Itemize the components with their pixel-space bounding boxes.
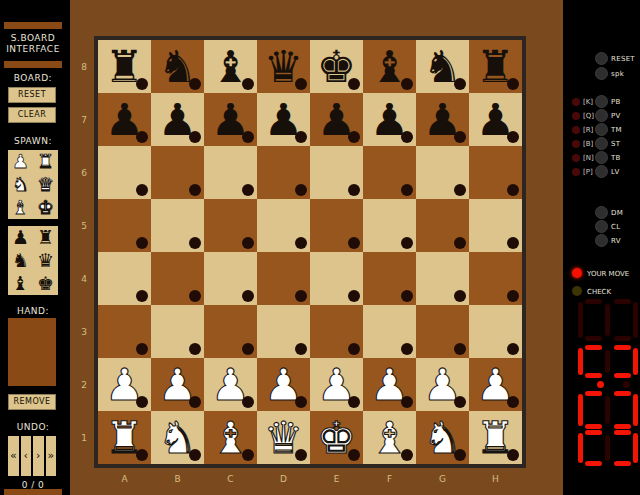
square-c8[interactable]: ♝ bbox=[204, 40, 257, 93]
sensor-dot bbox=[507, 131, 519, 143]
rank-label-5: 5 bbox=[76, 221, 92, 231]
sensor-dot bbox=[242, 290, 254, 302]
square-f5[interactable] bbox=[363, 199, 416, 252]
rank-label-1: 1 bbox=[76, 433, 92, 443]
remove-button[interactable]: REMOVE bbox=[8, 394, 56, 410]
square-h3[interactable] bbox=[469, 305, 522, 358]
segment-bl bbox=[585, 336, 602, 341]
sensor-dot bbox=[454, 78, 466, 90]
sensor-dot bbox=[348, 396, 360, 408]
redo-forward-button[interactable]: › bbox=[33, 436, 44, 476]
piece-tag-n: [N] bbox=[583, 154, 594, 162]
sensor-dot bbox=[507, 184, 519, 196]
sensor-dot bbox=[401, 131, 413, 143]
status-row-your-move: YOUR MOVE bbox=[563, 267, 640, 280]
square-c7[interactable]: ♟ bbox=[204, 93, 257, 146]
sensor-dot bbox=[189, 184, 201, 196]
segment-tl bbox=[585, 391, 602, 396]
sensor-dot bbox=[242, 184, 254, 196]
sensor-dot bbox=[454, 343, 466, 355]
tb-button[interactable] bbox=[595, 151, 608, 164]
button-label-st: ST bbox=[611, 140, 620, 148]
square-h7[interactable]: ♟ bbox=[469, 93, 522, 146]
app-title-line2: INTERFACE bbox=[0, 44, 66, 54]
button-label-rv: RV bbox=[611, 237, 621, 245]
pb-button[interactable] bbox=[595, 95, 608, 108]
segment-tl bbox=[585, 299, 602, 304]
square-c3[interactable] bbox=[204, 305, 257, 358]
segment-tr bbox=[614, 299, 631, 304]
button-label-pb: PB bbox=[611, 98, 621, 106]
sensor-dot bbox=[454, 290, 466, 302]
sensor-dot bbox=[401, 237, 413, 249]
file-label-e: E bbox=[310, 474, 363, 484]
square-a2[interactable]: ♟ bbox=[98, 358, 151, 411]
button-label-lv: LV bbox=[611, 168, 620, 176]
sensor-dot bbox=[507, 449, 519, 461]
sensor-dot bbox=[507, 78, 519, 90]
square-c4[interactable] bbox=[204, 252, 257, 305]
piece-tag-r: [R] bbox=[583, 126, 593, 134]
sensor-dot bbox=[189, 237, 201, 249]
sensor-dot bbox=[295, 396, 307, 408]
segment-m bbox=[605, 304, 610, 336]
accent-bar bbox=[4, 22, 62, 29]
square-h5[interactable] bbox=[469, 199, 522, 252]
square-e4[interactable] bbox=[310, 252, 363, 305]
board-section-label: BOARD: bbox=[0, 73, 66, 83]
segment-r bbox=[633, 302, 638, 338]
square-b3[interactable] bbox=[151, 305, 204, 358]
sensor-dot bbox=[454, 131, 466, 143]
square-h6[interactable] bbox=[469, 146, 522, 199]
piece-tag-b: [B] bbox=[583, 140, 593, 148]
segment-m bbox=[605, 396, 610, 424]
button-label-pv: PV bbox=[611, 112, 621, 120]
segment-r bbox=[633, 433, 638, 463]
square-f3[interactable] bbox=[363, 305, 416, 358]
segment-tr bbox=[614, 391, 631, 396]
white-spawn-palette: ♟♜♞♛♝♚ bbox=[8, 150, 58, 219]
panel-row-cl: CL bbox=[563, 220, 640, 233]
panel-row-lv: [P]LV bbox=[563, 165, 640, 178]
square-g8[interactable]: ♞ bbox=[416, 40, 469, 93]
hand-section-label: HAND: bbox=[0, 306, 66, 316]
sensor-dot bbox=[295, 237, 307, 249]
segment-br bbox=[614, 336, 631, 341]
panel-row-reset: RESET bbox=[563, 52, 640, 65]
square-b2[interactable]: ♟ bbox=[151, 358, 204, 411]
sensor-dot bbox=[242, 343, 254, 355]
sensor-dot bbox=[189, 131, 201, 143]
clock-display bbox=[578, 298, 638, 470]
spawn-section-label: SPAWN: bbox=[0, 136, 66, 146]
segment-bl bbox=[585, 461, 602, 466]
cl-button[interactable] bbox=[595, 220, 608, 233]
file-label-f: F bbox=[363, 474, 416, 484]
sensor-dot bbox=[348, 184, 360, 196]
spawn-black-queen[interactable]: ♛ bbox=[33, 249, 58, 272]
panel-row-rv: RV bbox=[563, 234, 640, 247]
button-label-tb: TB bbox=[611, 154, 621, 162]
sensor-dot bbox=[136, 396, 148, 408]
square-f8[interactable]: ♝ bbox=[363, 40, 416, 93]
segment-l bbox=[578, 348, 583, 375]
sensor-dot bbox=[189, 396, 201, 408]
board-clear-button[interactable]: CLEAR bbox=[8, 107, 56, 123]
piece-tag-q: [Q] bbox=[583, 112, 594, 120]
square-d8[interactable]: ♛ bbox=[257, 40, 310, 93]
square-e7[interactable]: ♟ bbox=[310, 93, 363, 146]
sensor-dot bbox=[454, 237, 466, 249]
square-c5[interactable] bbox=[204, 199, 257, 252]
sensor-dot bbox=[348, 78, 360, 90]
sensor-dot bbox=[507, 290, 519, 302]
square-g6[interactable] bbox=[416, 146, 469, 199]
spk-button[interactable] bbox=[595, 67, 608, 80]
check-label: CHECK bbox=[587, 288, 611, 296]
square-c2[interactable]: ♟ bbox=[204, 358, 257, 411]
rank-label-8: 8 bbox=[76, 62, 92, 72]
piece-led-n bbox=[572, 154, 580, 162]
square-b4[interactable] bbox=[151, 252, 204, 305]
square-f7[interactable]: ♟ bbox=[363, 93, 416, 146]
square-g1[interactable]: ♞ bbox=[416, 411, 469, 464]
sensor-dot bbox=[136, 449, 148, 461]
square-h1[interactable]: ♜ bbox=[469, 411, 522, 464]
lv-button[interactable] bbox=[595, 165, 608, 178]
square-e6[interactable] bbox=[310, 146, 363, 199]
sensor-dot bbox=[507, 343, 519, 355]
square-e2[interactable]: ♟ bbox=[310, 358, 363, 411]
control-panel: RESETspk [K]PB[Q]PV[R]TM[B]ST[N]TB[P]LV … bbox=[563, 0, 640, 495]
sensor-dot bbox=[348, 237, 360, 249]
rank-label-4: 4 bbox=[76, 274, 92, 284]
sensor-dot bbox=[401, 290, 413, 302]
sensor-dot bbox=[189, 290, 201, 302]
segment-l bbox=[578, 302, 583, 338]
square-b5[interactable] bbox=[151, 199, 204, 252]
segment-l bbox=[578, 433, 583, 463]
spawn-white-king[interactable]: ♚ bbox=[33, 196, 58, 219]
square-d4[interactable] bbox=[257, 252, 310, 305]
sensor-dot bbox=[242, 237, 254, 249]
accent-bar bbox=[4, 489, 62, 495]
spawn-white-rook[interactable]: ♜ bbox=[33, 150, 58, 173]
square-e8[interactable]: ♚ bbox=[310, 40, 363, 93]
check-led bbox=[572, 286, 582, 296]
sensor-dot bbox=[348, 290, 360, 302]
rank-label-3: 3 bbox=[76, 327, 92, 337]
black-spawn-palette: ♟♜♞♛♝♚ bbox=[8, 226, 58, 295]
status-row-check: CHECK bbox=[563, 285, 640, 298]
clock-digit-2 bbox=[578, 345, 638, 378]
square-a1[interactable]: ♜ bbox=[98, 411, 151, 464]
square-g2[interactable]: ♟ bbox=[416, 358, 469, 411]
segment-r bbox=[633, 394, 638, 426]
colon-dot-right bbox=[623, 381, 630, 388]
sensor-dot bbox=[136, 184, 148, 196]
square-a5[interactable] bbox=[98, 199, 151, 252]
square-e5[interactable] bbox=[310, 199, 363, 252]
rank-label-7: 7 bbox=[76, 115, 92, 125]
sensor-dot bbox=[401, 449, 413, 461]
panel-row-tb: [N]TB bbox=[563, 151, 640, 164]
rv-button[interactable] bbox=[595, 234, 608, 247]
tm-button[interactable] bbox=[595, 123, 608, 136]
file-label-b: B bbox=[151, 474, 204, 484]
square-e3[interactable] bbox=[310, 305, 363, 358]
segment-br bbox=[614, 424, 631, 429]
segment-l bbox=[578, 394, 583, 426]
undo-first-button[interactable]: « bbox=[8, 436, 19, 476]
square-d3[interactable] bbox=[257, 305, 310, 358]
rank-label-2: 2 bbox=[76, 380, 92, 390]
sensor-dot bbox=[454, 396, 466, 408]
square-g4[interactable] bbox=[416, 252, 469, 305]
panel-row-pb: [K]PB bbox=[563, 95, 640, 108]
sensor-dot bbox=[136, 237, 148, 249]
file-label-d: D bbox=[257, 474, 310, 484]
panel-piece-rows: [K]PB[Q]PV[R]TM[B]ST[N]TB[P]LV bbox=[563, 95, 640, 179]
colon-dot-left bbox=[597, 381, 604, 388]
square-a3[interactable] bbox=[98, 305, 151, 358]
segment-bl bbox=[585, 424, 602, 429]
sensor-dot bbox=[454, 184, 466, 196]
square-b7[interactable]: ♟ bbox=[151, 93, 204, 146]
panel-row-spk: spk bbox=[563, 67, 640, 80]
chessboard-interface-window: S.BOARD INTERFACE BOARD: RESET CLEAR SPA… bbox=[0, 0, 640, 495]
sensor-dot bbox=[189, 449, 201, 461]
button-label-spk: spk bbox=[611, 70, 624, 78]
square-e1[interactable]: ♚ bbox=[310, 411, 363, 464]
redo-last-button[interactable]: » bbox=[46, 436, 57, 476]
sensor-dot bbox=[401, 343, 413, 355]
sensor-dot bbox=[401, 396, 413, 408]
square-c1[interactable]: ♝ bbox=[204, 411, 257, 464]
segment-m bbox=[605, 350, 610, 373]
panel-top-buttons: RESETspk bbox=[563, 52, 640, 82]
sensor-dot bbox=[189, 78, 201, 90]
panel-row-pv: [Q]PV bbox=[563, 109, 640, 122]
pv-button[interactable] bbox=[595, 109, 608, 122]
piece-led-q bbox=[572, 112, 580, 120]
sensor-dot bbox=[295, 184, 307, 196]
segment-br bbox=[614, 373, 631, 378]
spawn-white-queen[interactable]: ♛ bbox=[33, 173, 58, 196]
square-d2[interactable]: ♟ bbox=[257, 358, 310, 411]
sensor-dot bbox=[295, 343, 307, 355]
clock-digit-3 bbox=[578, 391, 638, 429]
sensor-dot bbox=[348, 343, 360, 355]
button-label-cl: CL bbox=[611, 223, 620, 231]
square-h4[interactable] bbox=[469, 252, 522, 305]
reset-button[interactable] bbox=[595, 52, 608, 65]
sensor-dot bbox=[136, 131, 148, 143]
sensor-dot bbox=[401, 184, 413, 196]
square-f4[interactable] bbox=[363, 252, 416, 305]
sensor-dot bbox=[295, 78, 307, 90]
spawn-black-king[interactable]: ♚ bbox=[33, 272, 58, 295]
square-h2[interactable]: ♟ bbox=[469, 358, 522, 411]
piece-led-b bbox=[572, 140, 580, 148]
segment-tl bbox=[585, 345, 602, 350]
file-label-g: G bbox=[416, 474, 469, 484]
panel-row-dm: DM bbox=[563, 206, 640, 219]
undo-back-button[interactable]: ‹ bbox=[21, 436, 32, 476]
sensor-dot bbox=[189, 343, 201, 355]
sensor-dot bbox=[136, 78, 148, 90]
spawn-black-bishop[interactable]: ♝ bbox=[8, 272, 33, 295]
spawn-black-knight[interactable]: ♞ bbox=[8, 249, 33, 272]
panel-lower-buttons: DMCLRV bbox=[563, 206, 640, 248]
piece-tag-k: [K] bbox=[583, 98, 593, 106]
square-a7[interactable]: ♟ bbox=[98, 93, 151, 146]
file-label-h: H bbox=[469, 474, 522, 484]
app-title-line1: S.BOARD bbox=[0, 33, 66, 43]
square-b6[interactable] bbox=[151, 146, 204, 199]
square-f6[interactable] bbox=[363, 146, 416, 199]
square-c6[interactable] bbox=[204, 146, 257, 199]
sensor-dot bbox=[242, 78, 254, 90]
sensor-dot bbox=[507, 237, 519, 249]
sensor-dot bbox=[242, 396, 254, 408]
undo-section-label: UNDO: bbox=[0, 422, 66, 432]
file-label-c: C bbox=[204, 474, 257, 484]
sensor-dot bbox=[348, 449, 360, 461]
spawn-white-knight[interactable]: ♞ bbox=[8, 173, 33, 196]
st-button[interactable] bbox=[595, 137, 608, 150]
sensor-dot bbox=[295, 290, 307, 302]
panel-row-tm: [R]TM bbox=[563, 123, 640, 136]
segment-tl bbox=[585, 430, 602, 435]
sensor-dot bbox=[242, 131, 254, 143]
sensor-dot bbox=[401, 78, 413, 90]
segment-tr bbox=[614, 345, 631, 350]
spawn-black-rook[interactable]: ♜ bbox=[33, 226, 58, 249]
piece-led-k bbox=[572, 98, 580, 106]
your-move-led bbox=[572, 268, 582, 278]
square-d5[interactable] bbox=[257, 199, 310, 252]
square-h8[interactable]: ♜ bbox=[469, 40, 522, 93]
rank-label-6: 6 bbox=[76, 168, 92, 178]
button-label-dm: DM bbox=[611, 209, 623, 217]
square-d7[interactable]: ♟ bbox=[257, 93, 310, 146]
clock-digit-4 bbox=[578, 430, 638, 466]
clock-digit-1 bbox=[578, 299, 638, 341]
your-move-label: YOUR MOVE bbox=[587, 270, 629, 278]
spawn-white-bishop[interactable]: ♝ bbox=[8, 196, 33, 219]
square-f2[interactable]: ♟ bbox=[363, 358, 416, 411]
square-g5[interactable] bbox=[416, 199, 469, 252]
sidebar: S.BOARD INTERFACE BOARD: RESET CLEAR SPA… bbox=[0, 0, 70, 495]
segment-br bbox=[614, 461, 631, 466]
segment-r bbox=[633, 348, 638, 375]
file-label-a: A bbox=[98, 474, 151, 484]
sensor-dot bbox=[454, 449, 466, 461]
board-squares: ♜♞♝♛♚♝♞♜♟♟♟♟♟♟♟♟♟♟♟♟♟♟♟♟♜♞♝♛♚♝♞♜ bbox=[94, 36, 526, 468]
board-reset-button[interactable]: RESET bbox=[8, 87, 56, 103]
square-g7[interactable]: ♟ bbox=[416, 93, 469, 146]
square-f1[interactable]: ♝ bbox=[363, 411, 416, 464]
square-g3[interactable] bbox=[416, 305, 469, 358]
square-b8[interactable]: ♞ bbox=[151, 40, 204, 93]
undo-controls: «‹›» bbox=[8, 436, 56, 476]
button-label-reset: RESET bbox=[611, 55, 635, 63]
square-d1[interactable]: ♛ bbox=[257, 411, 310, 464]
spawn-white-pawn[interactable]: ♟ bbox=[8, 150, 33, 173]
segment-bl bbox=[585, 373, 602, 378]
dm-button[interactable] bbox=[595, 206, 608, 219]
board-frame: ♜♞♝♛♚♝♞♜♟♟♟♟♟♟♟♟♟♟♟♟♟♟♟♟♜♞♝♛♚♝♞♜ 8765432… bbox=[70, 0, 563, 495]
square-d6[interactable] bbox=[257, 146, 310, 199]
segment-m bbox=[605, 435, 610, 461]
panel-row-st: [B]ST bbox=[563, 137, 640, 150]
sensor-dot bbox=[136, 290, 148, 302]
piece-led-p bbox=[572, 168, 580, 176]
square-b1[interactable]: ♞ bbox=[151, 411, 204, 464]
square-a8[interactable]: ♜ bbox=[98, 40, 151, 93]
square-a6[interactable] bbox=[98, 146, 151, 199]
sensor-dot bbox=[242, 449, 254, 461]
accent-bar bbox=[4, 61, 62, 68]
sensor-dot bbox=[348, 131, 360, 143]
button-label-tm: TM bbox=[611, 126, 622, 134]
sensor-dot bbox=[136, 343, 148, 355]
spawn-black-pawn[interactable]: ♟ bbox=[8, 226, 33, 249]
sensor-dot bbox=[295, 449, 307, 461]
sensor-dot bbox=[295, 131, 307, 143]
sensor-dot bbox=[507, 396, 519, 408]
hand-display bbox=[8, 318, 56, 386]
piece-led-r bbox=[572, 126, 580, 134]
piece-tag-p: [P] bbox=[583, 168, 593, 176]
segment-tr bbox=[614, 430, 631, 435]
square-a4[interactable] bbox=[98, 252, 151, 305]
